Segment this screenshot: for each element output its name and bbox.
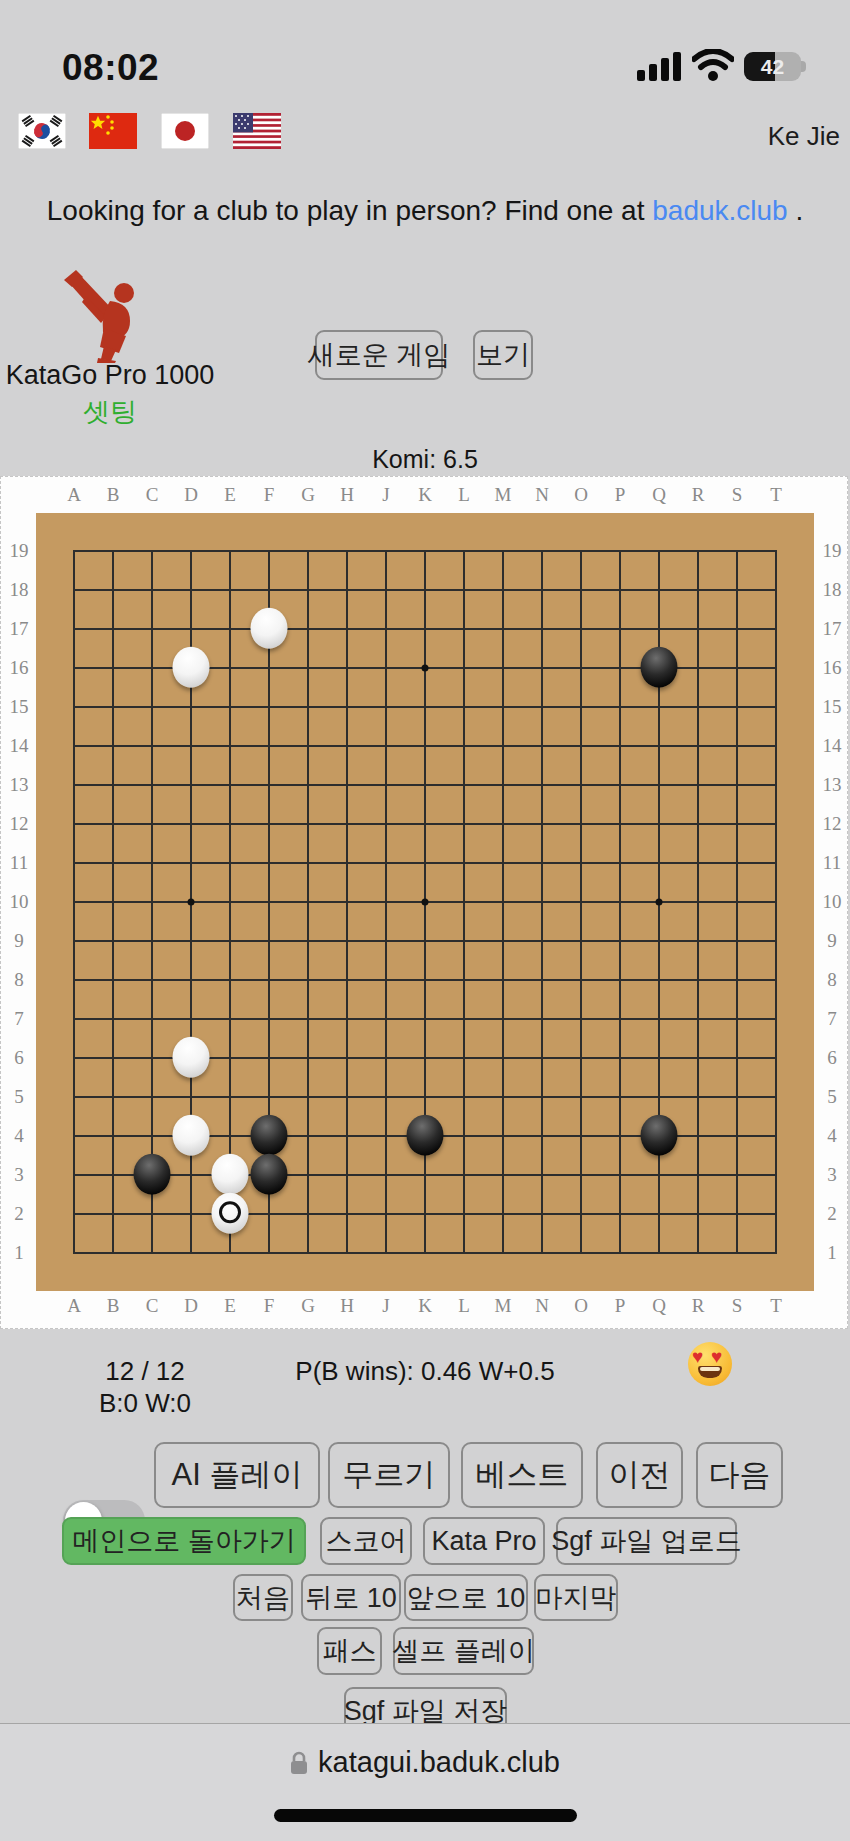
row-label-left: 12 bbox=[10, 813, 29, 835]
stone-black-F4 bbox=[251, 1115, 288, 1156]
column-label-top: P bbox=[615, 484, 626, 506]
row-label-left: 15 bbox=[10, 696, 29, 718]
row-label-left: 2 bbox=[14, 1203, 24, 1225]
south-korea-flag[interactable] bbox=[18, 113, 66, 149]
sgf-upload-button[interactable]: Sgf 파일 업로드 bbox=[556, 1517, 737, 1565]
column-label-bottom: S bbox=[732, 1295, 743, 1317]
column-label-bottom: D bbox=[184, 1295, 198, 1317]
column-label-bottom: G bbox=[301, 1295, 315, 1317]
row-label-left: 14 bbox=[10, 735, 29, 757]
column-label-bottom: Q bbox=[652, 1295, 666, 1317]
lock-icon bbox=[290, 1751, 308, 1775]
row-label-left: 19 bbox=[10, 540, 29, 562]
undo-button[interactable]: 무르기 bbox=[328, 1442, 450, 1508]
row-label-right: 13 bbox=[823, 774, 842, 796]
row-label-left: 10 bbox=[10, 891, 29, 913]
column-label-top: B bbox=[107, 484, 120, 506]
row-label-left: 11 bbox=[10, 852, 28, 874]
column-label-bottom: O bbox=[574, 1295, 588, 1317]
row-label-left: 1 bbox=[14, 1242, 24, 1264]
row-label-right: 16 bbox=[823, 657, 842, 679]
column-label-top: D bbox=[184, 484, 198, 506]
column-label-bottom: C bbox=[146, 1295, 159, 1317]
row-label-right: 5 bbox=[827, 1086, 837, 1108]
row-label-right: 19 bbox=[823, 540, 842, 562]
row-label-right: 8 bbox=[827, 969, 837, 991]
stone-black-F3 bbox=[251, 1154, 288, 1195]
banner-text-before: Looking for a club to play in person? Fi… bbox=[47, 195, 653, 226]
column-label-bottom: T bbox=[770, 1295, 782, 1317]
column-label-top: O bbox=[574, 484, 588, 506]
row-label-right: 4 bbox=[827, 1125, 837, 1147]
row-label-right: 7 bbox=[827, 1008, 837, 1030]
column-label-top: R bbox=[692, 484, 705, 506]
row-label-left: 13 bbox=[10, 774, 29, 796]
banner-text-after: . bbox=[788, 195, 804, 226]
row-label-right: 1 bbox=[827, 1242, 837, 1264]
column-label-bottom: E bbox=[224, 1295, 236, 1317]
stone-white-F17 bbox=[251, 608, 288, 649]
row-label-right: 3 bbox=[827, 1164, 837, 1186]
score-button[interactable]: 스코어 bbox=[320, 1517, 412, 1565]
column-label-top: N bbox=[535, 484, 549, 506]
row-label-right: 9 bbox=[827, 930, 837, 952]
self-play-button[interactable]: 셀프 플레이 bbox=[393, 1627, 534, 1675]
captures-text: B:0 W:0 bbox=[85, 1388, 205, 1419]
stone-black-Q16 bbox=[641, 647, 678, 688]
cellular-signal-icon bbox=[637, 52, 681, 81]
home-indicator[interactable] bbox=[274, 1809, 577, 1822]
row-label-left: 8 bbox=[14, 969, 24, 991]
row-label-right: 15 bbox=[823, 696, 842, 718]
row-label-left: 3 bbox=[14, 1164, 24, 1186]
go-board: AABBCCDDEEFFGGHHJJKKLLMMNNOOPPQQRRSSTT19… bbox=[0, 476, 848, 1329]
column-label-top: G bbox=[301, 484, 315, 506]
prev-button[interactable]: 이전 bbox=[596, 1442, 683, 1508]
row-label-right: 2 bbox=[827, 1203, 837, 1225]
clock: 08:02 bbox=[62, 47, 159, 89]
heart-eyes-emoji: ♥♥ bbox=[688, 1342, 732, 1386]
battery-icon: 42 bbox=[744, 52, 806, 81]
column-label-bottom: A bbox=[67, 1295, 81, 1317]
stone-white-D4 bbox=[173, 1115, 210, 1156]
column-label-bottom: K bbox=[418, 1295, 432, 1317]
app-title: KataGo Pro 1000 bbox=[0, 360, 220, 391]
last-move-marker bbox=[219, 1201, 241, 1223]
column-label-top: H bbox=[340, 484, 354, 506]
column-label-top: K bbox=[418, 484, 432, 506]
china-flag[interactable] bbox=[89, 113, 137, 149]
stone-white-D6 bbox=[173, 1037, 210, 1078]
katago-logo bbox=[60, 268, 155, 363]
column-label-bottom: J bbox=[382, 1295, 389, 1317]
komi-label: Komi: 6.5 bbox=[0, 445, 850, 474]
column-label-top: F bbox=[264, 484, 275, 506]
address-bar[interactable]: katagui.baduk.club bbox=[0, 1746, 850, 1779]
kata-pro-button[interactable]: Kata Pro bbox=[423, 1517, 545, 1565]
board-overlay: AABBCCDDEEFFGGHHJJKKLLMMNNOOPPQQRRSSTT19… bbox=[1, 477, 849, 1330]
column-label-top: J bbox=[382, 484, 389, 506]
back-10-button[interactable]: 뒤로 10 bbox=[301, 1574, 401, 1621]
row-label-right: 17 bbox=[823, 618, 842, 640]
row-label-left: 18 bbox=[10, 579, 29, 601]
best-button[interactable]: 베스트 bbox=[461, 1442, 583, 1508]
battery-percent: 42 bbox=[744, 52, 801, 81]
row-label-right: 11 bbox=[823, 852, 841, 874]
view-button[interactable]: 보기 bbox=[473, 330, 533, 380]
wifi-icon bbox=[692, 49, 734, 81]
column-label-bottom: B bbox=[107, 1295, 120, 1317]
column-label-bottom: R bbox=[692, 1295, 705, 1317]
column-label-top: L bbox=[458, 484, 470, 506]
row-label-left: 7 bbox=[14, 1008, 24, 1030]
column-label-top: M bbox=[495, 484, 512, 506]
first-move-button[interactable]: 처음 bbox=[233, 1574, 293, 1621]
row-label-right: 18 bbox=[823, 579, 842, 601]
row-label-right: 12 bbox=[823, 813, 842, 835]
row-label-left: 9 bbox=[14, 930, 24, 952]
column-label-top: C bbox=[146, 484, 159, 506]
row-label-right: 14 bbox=[823, 735, 842, 757]
column-label-bottom: F bbox=[264, 1295, 275, 1317]
row-label-left: 5 bbox=[14, 1086, 24, 1108]
united-states-flag[interactable] bbox=[233, 113, 281, 149]
column-label-top: E bbox=[224, 484, 236, 506]
column-label-bottom: P bbox=[615, 1295, 626, 1317]
forward-10-button[interactable]: 앞으로 10 bbox=[404, 1574, 528, 1621]
page: 08:02 42 bbox=[0, 0, 850, 1841]
column-label-bottom: M bbox=[495, 1295, 512, 1317]
stone-black-K4 bbox=[407, 1115, 444, 1156]
row-label-left: 16 bbox=[10, 657, 29, 679]
column-label-top: T bbox=[770, 484, 782, 506]
star-point bbox=[422, 899, 429, 906]
player-name: Ke Jie bbox=[768, 121, 840, 152]
row-label-right: 6 bbox=[827, 1047, 837, 1069]
row-label-left: 17 bbox=[10, 618, 29, 640]
back-to-main-button[interactable]: 메인으로 돌아가기 bbox=[62, 1517, 306, 1565]
pass-button[interactable]: 패스 bbox=[317, 1627, 382, 1675]
star-point bbox=[422, 665, 429, 672]
ai-play-button[interactable]: AI 플레이 bbox=[154, 1442, 320, 1508]
settings-link[interactable]: 셋팅 bbox=[0, 394, 220, 430]
row-label-right: 10 bbox=[823, 891, 842, 913]
star-point bbox=[188, 899, 195, 906]
row-label-left: 4 bbox=[14, 1125, 24, 1147]
column-label-top: S bbox=[732, 484, 743, 506]
stone-black-C3 bbox=[134, 1154, 171, 1195]
url-text: katagui.baduk.club bbox=[318, 1746, 560, 1779]
club-banner: Looking for a club to play in person? Fi… bbox=[0, 195, 850, 227]
column-label-top: Q bbox=[652, 484, 666, 506]
browser-toolbar: katagui.baduk.club bbox=[0, 1723, 850, 1841]
row-label-left: 6 bbox=[14, 1047, 24, 1069]
new-game-button[interactable]: 새로운 게임 bbox=[315, 330, 443, 380]
column-label-bottom: L bbox=[458, 1295, 470, 1317]
star-point bbox=[656, 899, 663, 906]
stone-black-Q4 bbox=[641, 1115, 678, 1156]
column-label-bottom: N bbox=[535, 1295, 549, 1317]
column-label-top: A bbox=[67, 484, 81, 506]
baduk-club-link[interactable]: baduk.club bbox=[652, 195, 787, 226]
stone-white-E3 bbox=[212, 1154, 249, 1195]
last-move-button[interactable]: 마지막 bbox=[534, 1574, 618, 1621]
japan-flag[interactable] bbox=[161, 113, 209, 149]
stone-white-D16 bbox=[173, 647, 210, 688]
column-label-bottom: H bbox=[340, 1295, 354, 1317]
next-button[interactable]: 다음 bbox=[696, 1442, 783, 1508]
